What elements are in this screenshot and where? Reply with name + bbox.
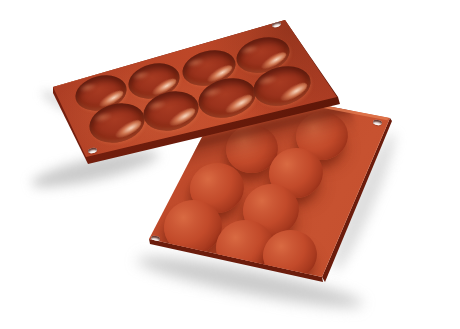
product-photo [0,0,460,329]
